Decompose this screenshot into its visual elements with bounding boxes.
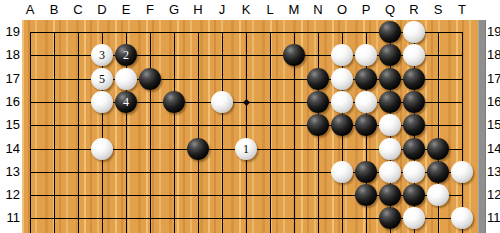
white-stone-P16 [355, 91, 377, 113]
row-label-left-18: 18 [0, 47, 20, 63]
row-label-left-15: 15 [0, 117, 20, 133]
white-stone-P18 [355, 44, 377, 66]
column-label-G: G [162, 1, 186, 18]
black-stone-R17 [403, 68, 425, 90]
column-label-F: F [138, 1, 162, 18]
column-label-S: S [426, 1, 450, 18]
move-number-label-E18: 2 [123, 49, 129, 61]
black-stone-G16 [163, 91, 185, 113]
white-stone-D16 [91, 91, 113, 113]
black-stone-P13 [355, 161, 377, 183]
black-stone-P12 [355, 184, 377, 206]
row-label-right-13: 13 [487, 164, 500, 180]
row-label-left-17: 17 [0, 71, 20, 87]
white-stone-Q14 [379, 138, 401, 160]
column-label-B: B [42, 1, 66, 18]
move-number-label-D17: 5 [99, 73, 105, 85]
white-stone-O13 [331, 161, 353, 183]
row-label-right-17: 17 [487, 71, 500, 87]
column-label-T: T [450, 1, 474, 18]
column-label-H: H [186, 1, 210, 18]
column-label-Q: Q [378, 1, 402, 18]
white-stone-D18: 3 [91, 44, 113, 66]
go-app-screen: ABCDEFGHJKLMNOPQRST 191817161514131211 1… [0, 0, 500, 233]
white-stone-Q13 [379, 161, 401, 183]
row-label-left-11: 11 [0, 210, 20, 226]
black-stone-E18: 2 [115, 44, 137, 66]
column-label-A: A [18, 1, 42, 18]
row-label-right-14: 14 [487, 141, 500, 157]
black-stone-R12 [403, 184, 425, 206]
white-stone-R13 [403, 161, 425, 183]
white-stone-D14 [91, 138, 113, 160]
row-label-right-16: 16 [487, 94, 500, 110]
move-number-label-K14: 1 [243, 143, 249, 155]
column-label-P: P [354, 1, 378, 18]
move-number-label-D18: 3 [99, 49, 105, 61]
white-stone-J16 [211, 91, 233, 113]
column-label-M: M [282, 1, 306, 18]
white-stone-O18 [331, 44, 353, 66]
row-label-right-11: 11 [487, 210, 500, 226]
row-label-right-15: 15 [487, 117, 500, 133]
row-label-left-16: 16 [0, 94, 20, 110]
black-stone-O15 [331, 114, 353, 136]
column-label-N: N [306, 1, 330, 18]
column-label-J: J [210, 1, 234, 18]
black-stone-R16 [403, 91, 425, 113]
black-stone-Q12 [379, 184, 401, 206]
black-stone-P15 [355, 114, 377, 136]
black-stone-E16: 4 [115, 91, 137, 113]
column-label-K: K [234, 1, 258, 18]
vertical-scrollbar[interactable] [478, 20, 486, 233]
row-label-left-14: 14 [0, 141, 20, 157]
black-stone-N16 [307, 91, 329, 113]
column-label-E: E [114, 1, 138, 18]
white-stone-K14: 1 [235, 138, 257, 160]
white-stone-T13 [451, 161, 473, 183]
black-stone-H14 [187, 138, 209, 160]
white-stone-R18 [403, 44, 425, 66]
white-stone-Q15 [379, 114, 401, 136]
column-label-C: C [66, 1, 90, 18]
black-stone-P17 [355, 68, 377, 90]
column-label-R: R [402, 1, 426, 18]
black-stone-R14 [403, 138, 425, 160]
white-stone-E17 [115, 68, 137, 90]
black-stone-S14 [427, 138, 449, 160]
white-stone-O16 [331, 91, 353, 113]
white-stone-R11 [403, 207, 425, 229]
row-label-left-19: 19 [0, 24, 20, 40]
move-number-label-E16: 4 [123, 96, 129, 108]
black-stone-R15 [403, 114, 425, 136]
black-stone-Q11 [379, 207, 401, 229]
column-label-L: L [258, 1, 282, 18]
white-stone-R19 [403, 21, 425, 43]
black-stone-Q18 [379, 44, 401, 66]
go-board[interactable]: 24351 [22, 20, 478, 233]
row-label-left-12: 12 [0, 187, 20, 203]
row-label-right-18: 18 [487, 47, 500, 63]
black-stone-M18 [283, 44, 305, 66]
row-label-left-13: 13 [0, 164, 20, 180]
white-stone-D17: 5 [91, 68, 113, 90]
white-stone-O17 [331, 68, 353, 90]
white-stone-T11 [451, 207, 473, 229]
row-label-right-19: 19 [487, 24, 500, 40]
column-label-D: D [90, 1, 114, 18]
black-stone-Q19 [379, 21, 401, 43]
black-stone-F17 [139, 68, 161, 90]
row-label-right-12: 12 [487, 187, 500, 203]
black-stone-Q17 [379, 68, 401, 90]
column-label-O: O [330, 1, 354, 18]
black-stone-Q16 [379, 91, 401, 113]
black-stone-S13 [427, 161, 449, 183]
black-stone-N17 [307, 68, 329, 90]
white-stone-S12 [427, 184, 449, 206]
black-stone-N15 [307, 114, 329, 136]
